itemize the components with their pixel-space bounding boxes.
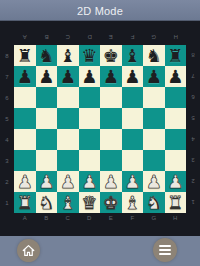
white-queen-piece: ♛ bbox=[81, 192, 97, 213]
square-d8[interactable]: ♛ bbox=[79, 45, 101, 66]
square-f4[interactable] bbox=[122, 129, 144, 150]
square-h1[interactable]: ♜ bbox=[165, 192, 187, 213]
black-pawn-piece: ♟ bbox=[17, 66, 33, 87]
white-pawn-piece: ♟ bbox=[17, 171, 33, 192]
square-d1[interactable]: ♛ bbox=[79, 192, 101, 213]
square-a4[interactable] bbox=[14, 129, 36, 150]
file-label-top-a: A bbox=[14, 32, 36, 41]
file-label-bottom-e: E bbox=[100, 214, 122, 223]
black-pawn-piece: ♟ bbox=[81, 66, 97, 87]
square-g6[interactable] bbox=[143, 87, 165, 108]
square-d3[interactable] bbox=[79, 150, 101, 171]
home-button[interactable] bbox=[17, 239, 40, 262]
square-f3[interactable] bbox=[122, 150, 144, 171]
file-label-bottom-d: D bbox=[79, 214, 101, 223]
white-king-piece: ♚ bbox=[103, 192, 119, 213]
black-bishop-piece: ♝ bbox=[60, 45, 76, 66]
rank-label-right-7: 7 bbox=[186, 66, 200, 87]
file-label-top-c: C bbox=[57, 32, 79, 41]
square-e4[interactable] bbox=[100, 129, 122, 150]
square-a7[interactable]: ♟ bbox=[14, 66, 36, 87]
square-g3[interactable] bbox=[143, 150, 165, 171]
square-c3[interactable] bbox=[57, 150, 79, 171]
square-d6[interactable] bbox=[79, 87, 101, 108]
square-g2[interactable]: ♟ bbox=[143, 171, 165, 192]
rank-label-left-2: 2 bbox=[0, 171, 14, 192]
file-label-top-b: B bbox=[36, 32, 58, 41]
square-f7[interactable]: ♟ bbox=[122, 66, 144, 87]
square-c1[interactable]: ♝ bbox=[57, 192, 79, 213]
rank-label-right-1: 1 bbox=[186, 192, 200, 213]
square-e7[interactable]: ♟ bbox=[100, 66, 122, 87]
black-queen-piece: ♛ bbox=[81, 45, 97, 66]
black-pawn-piece: ♟ bbox=[167, 66, 183, 87]
white-rook-piece: ♜ bbox=[167, 192, 183, 213]
bottom-bar bbox=[0, 236, 200, 266]
home-icon bbox=[21, 243, 36, 258]
file-label-bottom-g: G bbox=[143, 214, 165, 223]
white-pawn-piece: ♟ bbox=[60, 171, 76, 192]
square-a5[interactable] bbox=[14, 108, 36, 129]
chess-app-screen: 2D Mode ABCDEFGH 87654321 87654321 ♜♞♝♛♚… bbox=[0, 0, 200, 266]
square-c5[interactable] bbox=[57, 108, 79, 129]
square-f2[interactable]: ♟ bbox=[122, 171, 144, 192]
rank-label-left-7: 7 bbox=[0, 66, 14, 87]
file-label-bottom-f: F bbox=[122, 214, 144, 223]
black-rook-piece: ♜ bbox=[17, 45, 33, 66]
square-a1[interactable]: ♜ bbox=[14, 192, 36, 213]
square-a3[interactable] bbox=[14, 150, 36, 171]
square-h6[interactable] bbox=[165, 87, 187, 108]
square-f8[interactable]: ♝ bbox=[122, 45, 144, 66]
square-d7[interactable]: ♟ bbox=[79, 66, 101, 87]
white-pawn-piece: ♟ bbox=[81, 171, 97, 192]
file-label-bottom-b: B bbox=[36, 214, 58, 223]
rank-label-right-3: 3 bbox=[186, 150, 200, 171]
square-b6[interactable] bbox=[36, 87, 58, 108]
square-e2[interactable]: ♟ bbox=[100, 171, 122, 192]
square-g8[interactable]: ♞ bbox=[143, 45, 165, 66]
square-h3[interactable] bbox=[165, 150, 187, 171]
square-c4[interactable] bbox=[57, 129, 79, 150]
rank-label-right-6: 6 bbox=[186, 87, 200, 108]
file-label-top-d: D bbox=[79, 32, 101, 41]
white-bishop-piece: ♝ bbox=[60, 192, 76, 213]
file-label-bottom-c: C bbox=[57, 214, 79, 223]
black-pawn-piece: ♟ bbox=[60, 66, 76, 87]
square-b5[interactable] bbox=[36, 108, 58, 129]
square-g5[interactable] bbox=[143, 108, 165, 129]
square-g4[interactable] bbox=[143, 129, 165, 150]
black-pawn-piece: ♟ bbox=[103, 66, 119, 87]
white-pawn-piece: ♟ bbox=[146, 171, 162, 192]
black-rook-piece: ♜ bbox=[167, 45, 183, 66]
rank-label-left-8: 8 bbox=[0, 45, 14, 66]
rank-label-left-4: 4 bbox=[0, 129, 14, 150]
white-bishop-piece: ♝ bbox=[124, 192, 140, 213]
white-knight-piece: ♞ bbox=[146, 192, 162, 213]
square-f5[interactable] bbox=[122, 108, 144, 129]
square-a2[interactable]: ♟ bbox=[14, 171, 36, 192]
square-b3[interactable] bbox=[36, 150, 58, 171]
black-pawn-piece: ♟ bbox=[38, 66, 54, 87]
file-label-top-h: H bbox=[165, 32, 187, 41]
top-bar: 2D Mode bbox=[0, 0, 200, 21]
file-label-top-f: F bbox=[122, 32, 144, 41]
square-h5[interactable] bbox=[165, 108, 187, 129]
square-e6[interactable] bbox=[100, 87, 122, 108]
file-labels-bottom: ABCDEFGH bbox=[14, 214, 186, 223]
file-label-bottom-h: H bbox=[165, 214, 187, 223]
black-knight-piece: ♞ bbox=[38, 45, 54, 66]
menu-button[interactable] bbox=[153, 238, 177, 262]
black-knight-piece: ♞ bbox=[146, 45, 162, 66]
black-king-piece: ♚ bbox=[103, 45, 119, 66]
file-labels-top: ABCDEFGH bbox=[14, 32, 186, 41]
square-b7[interactable]: ♟ bbox=[36, 66, 58, 87]
menu-icon bbox=[159, 244, 171, 257]
square-e3[interactable] bbox=[100, 150, 122, 171]
rank-label-left-1: 1 bbox=[0, 192, 14, 213]
rank-labels-left: 87654321 bbox=[0, 45, 14, 213]
square-b8[interactable]: ♞ bbox=[36, 45, 58, 66]
white-knight-piece: ♞ bbox=[38, 192, 54, 213]
file-label-top-e: E bbox=[100, 32, 122, 41]
white-pawn-piece: ♟ bbox=[167, 171, 183, 192]
square-h7[interactable]: ♟ bbox=[165, 66, 187, 87]
white-pawn-piece: ♟ bbox=[124, 171, 140, 192]
black-bishop-piece: ♝ bbox=[124, 45, 140, 66]
rank-label-right-4: 4 bbox=[186, 129, 200, 150]
white-pawn-piece: ♟ bbox=[103, 171, 119, 192]
white-pawn-piece: ♟ bbox=[38, 171, 54, 192]
square-g7[interactable]: ♟ bbox=[143, 66, 165, 87]
rank-label-left-5: 5 bbox=[0, 108, 14, 129]
square-b4[interactable] bbox=[36, 129, 58, 150]
rank-label-right-2: 2 bbox=[186, 171, 200, 192]
square-g1[interactable]: ♞ bbox=[143, 192, 165, 213]
file-label-bottom-a: A bbox=[14, 214, 36, 223]
white-rook-piece: ♜ bbox=[17, 192, 33, 213]
rank-labels-right: 87654321 bbox=[186, 45, 200, 213]
square-e8[interactable]: ♚ bbox=[100, 45, 122, 66]
black-pawn-piece: ♟ bbox=[124, 66, 140, 87]
square-h8[interactable]: ♜ bbox=[165, 45, 187, 66]
square-a8[interactable]: ♜ bbox=[14, 45, 36, 66]
square-d5[interactable] bbox=[79, 108, 101, 129]
rank-label-left-6: 6 bbox=[0, 87, 14, 108]
square-h4[interactable] bbox=[165, 129, 187, 150]
square-c7[interactable]: ♟ bbox=[57, 66, 79, 87]
square-d4[interactable] bbox=[79, 129, 101, 150]
rank-label-right-8: 8 bbox=[186, 45, 200, 66]
black-pawn-piece: ♟ bbox=[146, 66, 162, 87]
square-c6[interactable] bbox=[57, 87, 79, 108]
square-h2[interactable]: ♟ bbox=[165, 171, 187, 192]
rank-label-right-5: 5 bbox=[186, 108, 200, 129]
board: ♜♞♝♛♚♝♞♜♟♟♟♟♟♟♟♟♟♟♟♟♟♟♟♟♜♞♝♛♚♝♞♜ bbox=[14, 45, 186, 213]
square-e1[interactable]: ♚ bbox=[100, 192, 122, 213]
square-a6[interactable] bbox=[14, 87, 36, 108]
square-f6[interactable] bbox=[122, 87, 144, 108]
mode-title: 2D Mode bbox=[77, 5, 123, 17]
square-d2[interactable]: ♟ bbox=[79, 171, 101, 192]
square-b2[interactable]: ♟ bbox=[36, 171, 58, 192]
file-label-top-g: G bbox=[143, 32, 165, 41]
square-b1[interactable]: ♞ bbox=[36, 192, 58, 213]
square-e5[interactable] bbox=[100, 108, 122, 129]
square-f1[interactable]: ♝ bbox=[122, 192, 144, 213]
rank-label-left-3: 3 bbox=[0, 150, 14, 171]
square-c2[interactable]: ♟ bbox=[57, 171, 79, 192]
square-c8[interactable]: ♝ bbox=[57, 45, 79, 66]
